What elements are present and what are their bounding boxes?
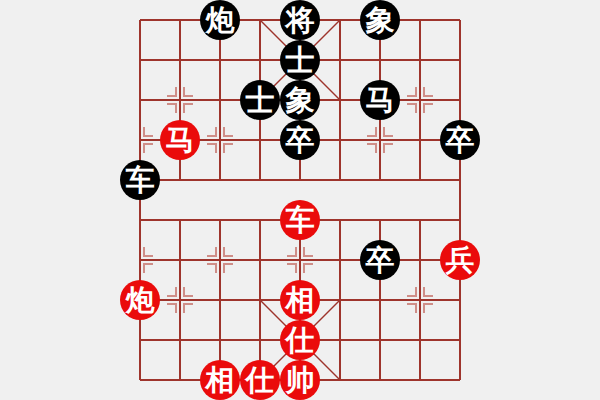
piece-black-cannon[interactable]: 炮 bbox=[200, 0, 240, 40]
piece-red-horse[interactable]: 马 bbox=[160, 120, 200, 160]
xiangqi-board: 炮将象士士象马马卒卒车车卒兵炮相仕相仕帅 bbox=[0, 0, 600, 400]
piece-red-general[interactable]: 帅 bbox=[280, 360, 320, 400]
piece-red-cannon[interactable]: 炮 bbox=[120, 280, 160, 320]
piece-black-general[interactable]: 将 bbox=[280, 0, 320, 40]
piece-red-advisor[interactable]: 仕 bbox=[240, 360, 280, 400]
piece-red-elephant[interactable]: 相 bbox=[280, 280, 320, 320]
piece-black-soldier[interactable]: 卒 bbox=[280, 120, 320, 160]
piece-black-elephant[interactable]: 象 bbox=[280, 80, 320, 120]
piece-red-elephant[interactable]: 相 bbox=[200, 360, 240, 400]
pieces-layer: 炮将象士士象马马卒卒车车卒兵炮相仕相仕帅 bbox=[0, 0, 600, 400]
piece-black-horse[interactable]: 马 bbox=[360, 80, 400, 120]
piece-black-chariot[interactable]: 车 bbox=[120, 160, 160, 200]
piece-black-elephant[interactable]: 象 bbox=[360, 0, 400, 40]
piece-black-advisor[interactable]: 士 bbox=[280, 40, 320, 80]
piece-red-soldier[interactable]: 兵 bbox=[440, 240, 480, 280]
piece-black-advisor[interactable]: 士 bbox=[240, 80, 280, 120]
piece-red-advisor[interactable]: 仕 bbox=[280, 320, 320, 360]
piece-black-soldier[interactable]: 卒 bbox=[360, 240, 400, 280]
piece-black-soldier[interactable]: 卒 bbox=[440, 120, 480, 160]
piece-red-chariot[interactable]: 车 bbox=[280, 200, 320, 240]
